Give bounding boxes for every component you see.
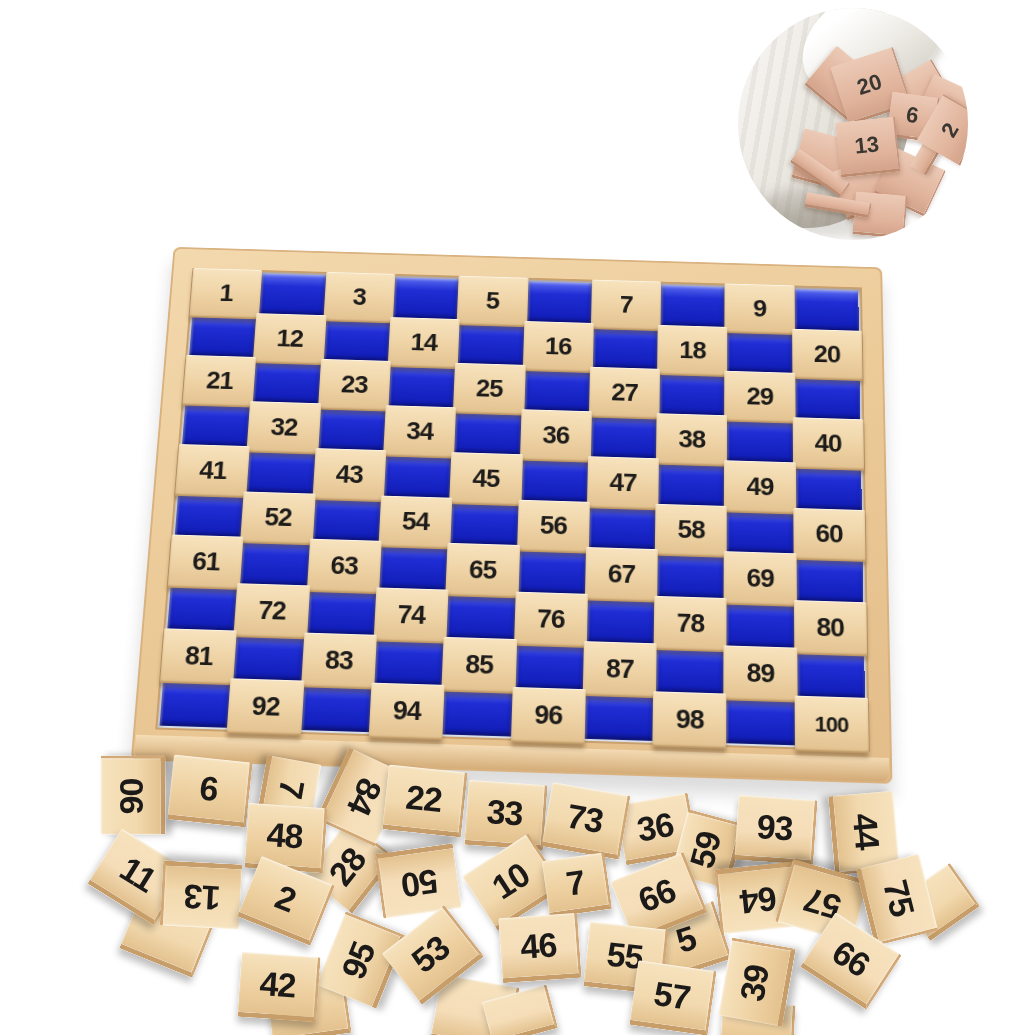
board-cell-r10c1 bbox=[160, 680, 231, 728]
board-cell-r4c3 bbox=[318, 407, 385, 451]
board-cell-r6c7 bbox=[589, 505, 656, 550]
loose-tile-5[interactable]: 5 bbox=[644, 901, 732, 982]
board-cell-r10c10: 100 bbox=[797, 700, 865, 748]
board-cell-r2c3 bbox=[323, 319, 390, 362]
board-tile-27[interactable]: 27 bbox=[589, 367, 660, 420]
board-cell-r7c2 bbox=[240, 541, 309, 587]
board-cell-r3c8 bbox=[660, 372, 725, 416]
board-cell-r7c4 bbox=[379, 545, 447, 591]
board-cell-r1c8 bbox=[661, 285, 725, 328]
board-tile-96[interactable]: 96 bbox=[510, 687, 585, 745]
board-tile-36[interactable]: 36 bbox=[519, 409, 591, 462]
board-cell-r5c2 bbox=[247, 449, 315, 494]
board-tile-69[interactable]: 69 bbox=[724, 552, 797, 608]
board-cell-r8c5 bbox=[447, 594, 515, 640]
hundred-board: 1357912141618202123252729323436384041434… bbox=[131, 247, 893, 784]
board-tile-29[interactable]: 29 bbox=[725, 371, 796, 424]
board-tile-25[interactable]: 25 bbox=[453, 363, 525, 416]
board-cell-r5c3: 43 bbox=[315, 451, 383, 496]
board-cell-r5c10 bbox=[796, 466, 862, 511]
board-tile-9[interactable]: 9 bbox=[725, 283, 795, 334]
loose-tile-28[interactable]: 28 bbox=[304, 820, 396, 914]
loose-tile-6[interactable]: 6 bbox=[167, 755, 252, 828]
board-cell-r2c7 bbox=[593, 326, 658, 369]
board-cell-r6c2: 52 bbox=[244, 495, 313, 540]
loose-tile-75[interactable]: 75 bbox=[856, 854, 938, 946]
loose-tile-blank[interactable] bbox=[720, 1002, 795, 1035]
board-cell-r1c4 bbox=[393, 277, 459, 319]
board-cell-r5c5: 45 bbox=[452, 455, 519, 500]
board-cell-r2c8: 18 bbox=[660, 328, 725, 371]
board-tile-56[interactable]: 56 bbox=[517, 499, 590, 554]
board-cell-r8c4: 74 bbox=[377, 592, 446, 638]
board-cell-r9c8 bbox=[656, 647, 724, 694]
loose-tile-95[interactable]: 95 bbox=[316, 911, 406, 1009]
board-cell-r4c8: 38 bbox=[659, 417, 725, 461]
board-cell-r10c8: 98 bbox=[656, 695, 724, 743]
board-cell-r3c5: 25 bbox=[456, 366, 522, 410]
board-cell-r1c10 bbox=[794, 289, 859, 332]
loose-tile-64[interactable]: 64 bbox=[714, 862, 799, 935]
board-cell-r6c5 bbox=[451, 501, 519, 546]
board-tile-52[interactable]: 52 bbox=[240, 491, 315, 546]
board-tile-54[interactable]: 54 bbox=[378, 495, 452, 550]
board-tile-47[interactable]: 47 bbox=[587, 456, 659, 510]
loose-tile-55[interactable]: 55 bbox=[583, 922, 668, 995]
board-cell-r7c5: 65 bbox=[449, 547, 517, 593]
board-cell-r10c9 bbox=[727, 697, 795, 745]
board-cell-r2c1 bbox=[189, 315, 256, 358]
board-cell-r3c9: 29 bbox=[727, 374, 792, 418]
board-cell-r6c3 bbox=[313, 497, 381, 542]
board-cell-r5c4 bbox=[384, 453, 451, 498]
inset-bag-photo: 206132 bbox=[738, 8, 968, 240]
board-cell-r2c9 bbox=[727, 330, 792, 373]
board-tile-16[interactable]: 16 bbox=[522, 321, 593, 373]
loose-tile-53[interactable]: 53 bbox=[382, 905, 484, 1005]
board-cell-r9c7: 87 bbox=[586, 645, 654, 692]
board-cell-r1c1: 1 bbox=[193, 272, 260, 314]
board-cell-r3c4 bbox=[388, 364, 455, 408]
loose-tile-39[interactable]: 39 bbox=[718, 937, 796, 1026]
board-cell-r9c9: 89 bbox=[727, 649, 795, 696]
board-cell-r8c8: 78 bbox=[657, 600, 724, 647]
board-cell-r7c6 bbox=[518, 549, 586, 595]
loose-tile-57[interactable]: 57 bbox=[775, 859, 869, 943]
loose-tile-36[interactable]: 36 bbox=[616, 793, 698, 866]
board-cell-r3c6 bbox=[524, 368, 590, 412]
board-cell-r5c7: 47 bbox=[590, 460, 656, 505]
loose-tile-57[interactable]: 57 bbox=[629, 960, 716, 1035]
board-cell-r4c10: 40 bbox=[795, 421, 861, 465]
board-cell-r3c7: 27 bbox=[592, 370, 657, 414]
board-cell-r6c1 bbox=[175, 493, 244, 538]
board-cell-r4c9 bbox=[727, 419, 792, 463]
board-cell-r10c6: 96 bbox=[514, 691, 583, 739]
board-tile-63[interactable]: 63 bbox=[306, 539, 381, 594]
board-tile-65[interactable]: 65 bbox=[445, 543, 519, 598]
board-cell-r8c10: 80 bbox=[797, 604, 865, 651]
board-tile-89[interactable]: 89 bbox=[724, 646, 798, 703]
board-cell-r5c8 bbox=[658, 462, 724, 507]
board-cell-r6c6: 56 bbox=[520, 503, 587, 548]
board-cell-r9c10 bbox=[797, 652, 865, 699]
board-tile-98[interactable]: 98 bbox=[652, 691, 726, 749]
board-cell-r7c3: 63 bbox=[310, 543, 379, 589]
board-tile-61[interactable]: 61 bbox=[168, 535, 244, 590]
board-tile-3[interactable]: 3 bbox=[323, 272, 395, 323]
board-cell-r10c5 bbox=[443, 689, 512, 737]
board-cell-r2c4: 14 bbox=[391, 321, 457, 364]
board-tile-74[interactable]: 74 bbox=[374, 588, 449, 644]
board-cell-r5c1: 41 bbox=[178, 447, 247, 492]
board-tile-78[interactable]: 78 bbox=[654, 596, 727, 652]
loose-tile-66[interactable]: 66 bbox=[800, 912, 902, 1010]
board-tile-7[interactable]: 7 bbox=[591, 280, 661, 331]
board-cell-r6c10: 60 bbox=[796, 511, 863, 556]
board-cell-r1c5: 5 bbox=[460, 279, 525, 321]
loose-tile-blank[interactable] bbox=[900, 863, 980, 941]
board-cell-r7c7: 67 bbox=[588, 551, 655, 597]
board-cell-r10c3 bbox=[301, 684, 371, 732]
board-cell-r8c6: 76 bbox=[517, 596, 585, 642]
board-cell-r3c1: 21 bbox=[186, 358, 254, 401]
board-tile-76[interactable]: 76 bbox=[514, 592, 588, 648]
board-cell-r9c6 bbox=[515, 643, 584, 690]
loose-tile-blank[interactable] bbox=[482, 985, 558, 1035]
board-tile-40[interactable]: 40 bbox=[792, 417, 864, 470]
board-tile-85[interactable]: 85 bbox=[442, 637, 517, 694]
board-tile-100[interactable]: 100 bbox=[794, 696, 869, 754]
board-cell-r4c6: 36 bbox=[523, 413, 589, 457]
board-cell-r8c7 bbox=[587, 598, 655, 645]
board-grid: 1357912141618202123252729323436384041434… bbox=[157, 270, 867, 750]
board-cell-r8c2: 72 bbox=[237, 587, 307, 633]
board-cell-r4c2: 32 bbox=[250, 405, 318, 449]
board-tile-38[interactable]: 38 bbox=[656, 413, 727, 466]
board-cell-r3c3: 23 bbox=[321, 362, 388, 405]
loose-tile-42[interactable]: 42 bbox=[237, 952, 320, 1022]
board-cell-r6c8: 58 bbox=[658, 507, 724, 552]
board-cell-r1c7: 7 bbox=[594, 283, 659, 326]
board-tile-12[interactable]: 12 bbox=[253, 313, 326, 365]
board-cell-r2c2: 12 bbox=[256, 317, 323, 360]
board-tile-60[interactable]: 60 bbox=[793, 507, 866, 562]
board-cell-r7c8 bbox=[657, 553, 724, 599]
board-cell-r5c6 bbox=[521, 457, 588, 502]
board-cell-r8c3 bbox=[307, 589, 376, 635]
loose-tile-50[interactable]: 50 bbox=[374, 843, 461, 918]
board-cell-r3c2 bbox=[253, 360, 320, 403]
board-cell-r7c1: 61 bbox=[171, 539, 241, 585]
board-tile-5[interactable]: 5 bbox=[457, 276, 528, 327]
board-cell-r5c9: 49 bbox=[727, 464, 793, 509]
board-cell-r1c2 bbox=[259, 274, 325, 316]
board-tile-94[interactable]: 94 bbox=[369, 683, 445, 741]
board-cell-r4c5 bbox=[454, 411, 521, 455]
board-tile-87[interactable]: 87 bbox=[583, 641, 657, 698]
board-cell-r10c2: 92 bbox=[230, 682, 301, 730]
board-cell-r9c4 bbox=[374, 639, 443, 686]
board-cell-r10c4: 94 bbox=[372, 687, 442, 735]
loose-tile-73[interactable]: 73 bbox=[541, 782, 630, 860]
board-cell-r1c3: 3 bbox=[326, 275, 392, 317]
loose-tile-22[interactable]: 22 bbox=[382, 765, 467, 838]
board-cell-r8c9 bbox=[727, 602, 794, 649]
board-cell-r9c2 bbox=[234, 635, 304, 682]
loose-tile-blank[interactable] bbox=[430, 974, 519, 1035]
board-cell-r7c10 bbox=[796, 557, 863, 603]
board-cell-r3c10 bbox=[795, 376, 860, 420]
board-cell-r2c10: 20 bbox=[795, 332, 860, 375]
board-tile-32[interactable]: 32 bbox=[247, 401, 321, 454]
product-photo: 1357912141618202123252729323436384041434… bbox=[0, 0, 1035, 1035]
loose-tile-7[interactable]: 7 bbox=[542, 852, 612, 917]
board-tile-80[interactable]: 80 bbox=[794, 600, 868, 656]
loose-tile-13[interactable]: 13 bbox=[160, 860, 242, 929]
board-tile-49[interactable]: 49 bbox=[724, 460, 796, 514]
board-cell-r6c4: 54 bbox=[382, 499, 450, 544]
loose-tile-blank[interactable] bbox=[119, 888, 217, 978]
board-tile-58[interactable]: 58 bbox=[655, 503, 727, 558]
loose-tile-11[interactable]: 11 bbox=[87, 829, 188, 926]
board-cell-r8c1 bbox=[167, 585, 237, 631]
board-tile-72[interactable]: 72 bbox=[234, 583, 310, 639]
board-tile-92[interactable]: 92 bbox=[227, 678, 304, 736]
inset-tile-13: 13 bbox=[835, 117, 900, 178]
board-tile-43[interactable]: 43 bbox=[312, 448, 386, 502]
board-cell-r6c9 bbox=[727, 509, 793, 554]
board-cell-r4c4: 34 bbox=[386, 409, 453, 453]
loose-tile-10[interactable]: 10 bbox=[462, 833, 564, 931]
loose-tile-90[interactable]: 90 bbox=[101, 756, 166, 835]
board-tile-14[interactable]: 14 bbox=[388, 317, 460, 369]
board-cell-r9c3: 83 bbox=[304, 637, 374, 684]
board-cell-r9c1: 81 bbox=[163, 632, 233, 679]
board-tile-45[interactable]: 45 bbox=[449, 452, 522, 506]
board-tile-81[interactable]: 81 bbox=[160, 628, 237, 685]
board-tile-23[interactable]: 23 bbox=[318, 359, 391, 412]
loose-tile-blank[interactable] bbox=[264, 968, 351, 1035]
board-tile-18[interactable]: 18 bbox=[657, 325, 727, 377]
board-cell-r9c5: 85 bbox=[445, 641, 514, 688]
board-tile-67[interactable]: 67 bbox=[585, 547, 658, 602]
board-cell-r2c6: 16 bbox=[525, 324, 590, 367]
loose-tile-33[interactable]: 33 bbox=[464, 780, 547, 850]
loose-tile-46[interactable]: 46 bbox=[498, 913, 581, 983]
board-tile-34[interactable]: 34 bbox=[383, 405, 456, 458]
loose-tile-44[interactable]: 44 bbox=[828, 791, 900, 875]
board-cell-r2c5 bbox=[458, 322, 524, 365]
board-tile-83[interactable]: 83 bbox=[301, 633, 377, 690]
loose-tile-2[interactable]: 2 bbox=[237, 856, 335, 946]
board-cell-r4c7 bbox=[591, 415, 657, 459]
loose-tile-93[interactable]: 93 bbox=[734, 795, 817, 865]
board-cell-r10c7 bbox=[585, 693, 654, 741]
loose-tile-66[interactable]: 66 bbox=[610, 852, 708, 942]
board-tile-1[interactable]: 1 bbox=[189, 268, 262, 319]
board-tile-21[interactable]: 21 bbox=[182, 355, 256, 407]
loose-tile-48[interactable]: 48 bbox=[244, 803, 327, 873]
board-cell-r1c6 bbox=[527, 281, 592, 323]
board-cell-r1c9: 9 bbox=[728, 287, 792, 330]
loose-tile-59[interactable]: 59 bbox=[671, 809, 745, 889]
board-tile-41[interactable]: 41 bbox=[175, 444, 250, 498]
board-cell-r4c1 bbox=[182, 403, 250, 447]
board-cell-r7c9: 69 bbox=[727, 555, 794, 601]
board-tile-20[interactable]: 20 bbox=[792, 329, 863, 381]
